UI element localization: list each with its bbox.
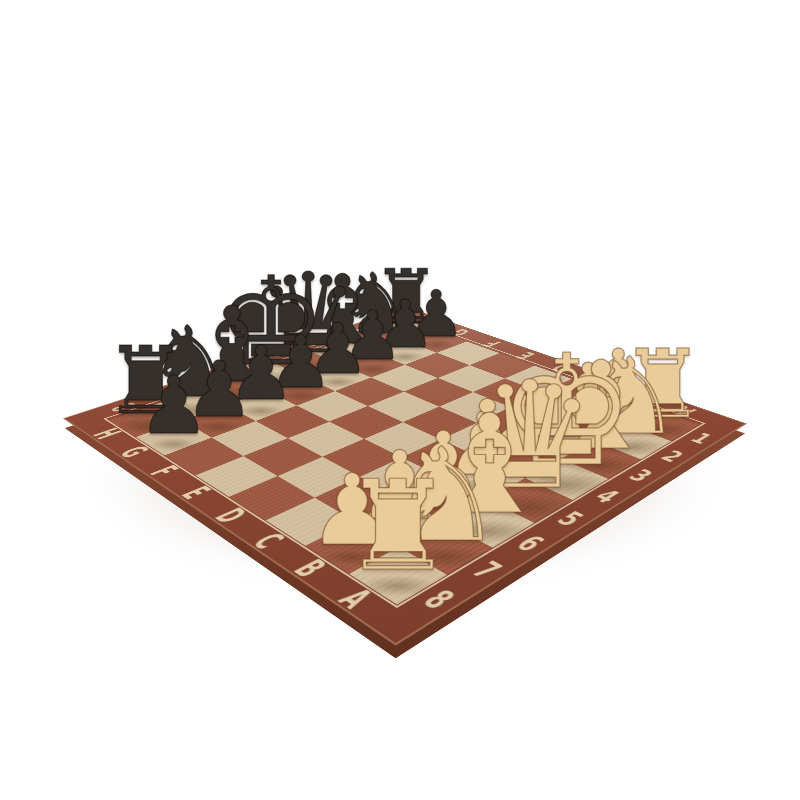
piece-white-rook-a8[interactable]: ♜ xyxy=(342,464,454,588)
square-e6[interactable] xyxy=(288,422,364,457)
product-photo-stage: HH88GG77FF66EE55DD44CC33BB22AA11 ♜♞♟♝♟♛♟… xyxy=(0,0,800,800)
piece-black-pawn-g8[interactable]: ♟ xyxy=(138,366,209,446)
square-d8[interactable] xyxy=(229,476,315,520)
square-e8[interactable] xyxy=(195,456,277,497)
